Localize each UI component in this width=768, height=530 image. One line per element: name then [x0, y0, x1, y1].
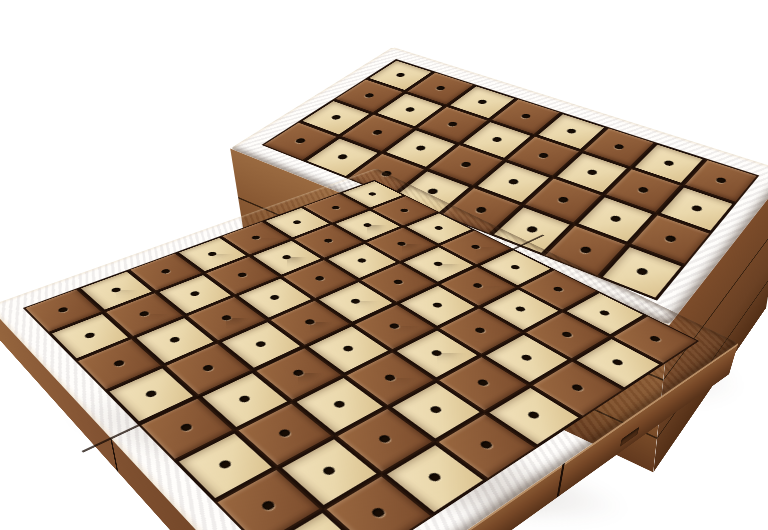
- peg-hole: [460, 161, 473, 168]
- peg-hole: [336, 154, 349, 161]
- peg-hole: [292, 220, 303, 225]
- peg-hole: [207, 251, 218, 257]
- peg-hole: [57, 307, 69, 314]
- peg-hole: [491, 136, 503, 142]
- peg-hole: [586, 169, 598, 176]
- case-lid-square: [522, 177, 603, 224]
- rook-glyph: ♜: [367, 330, 414, 380]
- peg-hole: [367, 192, 377, 196]
- peg-hole: [525, 225, 539, 233]
- peg-hole: [552, 286, 564, 292]
- braille-pin-marker: [255, 166, 257, 175]
- peg-hole: [435, 85, 446, 90]
- peg-hole: [160, 268, 171, 274]
- peg-hole: [236, 272, 248, 278]
- peg-hole: [537, 152, 549, 159]
- peg-hole: [281, 254, 292, 260]
- peg-hole: [415, 145, 427, 152]
- peg-hole: [637, 186, 650, 193]
- peg-hole: [509, 264, 521, 270]
- peg-hole: [323, 238, 334, 243]
- case-lid-square: [574, 195, 656, 244]
- peg-hole: [330, 114, 342, 120]
- peg-hole: [557, 196, 570, 204]
- peg-hole: [331, 205, 341, 210]
- peg-hole: [520, 113, 532, 119]
- peg-hole: [404, 107, 416, 113]
- peg-hole: [690, 205, 703, 213]
- chess-set-photo: ♜♝♚♛♟♟♟♞♟♝♛♞♜♟♟♚♜: [0, 0, 768, 530]
- peg-hole: [349, 298, 361, 305]
- peg-hole: [433, 225, 444, 230]
- peg-hole: [189, 291, 201, 297]
- peg-hole: [514, 306, 527, 313]
- braille-pin-marker: [211, 197, 213, 206]
- peg-hole: [364, 93, 376, 99]
- peg-hole: [472, 282, 484, 288]
- peg-hole: [613, 144, 625, 151]
- peg-hole: [432, 261, 444, 267]
- knight-glyph: ♞: [410, 299, 463, 355]
- peg-hole: [138, 310, 150, 317]
- peg-hole: [566, 128, 578, 134]
- peg-hole: [447, 121, 459, 127]
- peg-hole: [399, 208, 409, 213]
- pawn-glyph: ♟: [279, 334, 318, 375]
- peg-hole: [314, 275, 326, 281]
- peg-hole: [371, 129, 383, 135]
- peg-hole: [470, 244, 481, 249]
- peg-hole: [269, 294, 281, 300]
- peg-hole: [598, 310, 611, 317]
- peg-hole: [477, 99, 488, 105]
- peg-hole: [110, 287, 122, 293]
- peg-hole: [395, 72, 406, 77]
- peg-hole: [609, 215, 622, 223]
- peg-hole: [251, 235, 262, 240]
- braille-pin-marker: [143, 241, 145, 251]
- peg-hole: [362, 223, 373, 228]
- peg-hole: [396, 241, 407, 246]
- case-lid-square: [604, 168, 683, 214]
- peg-hole: [579, 246, 593, 255]
- peg-hole: [664, 235, 677, 243]
- peg-hole: [220, 314, 232, 321]
- peg-hole: [294, 138, 307, 144]
- peg-hole: [635, 267, 649, 276]
